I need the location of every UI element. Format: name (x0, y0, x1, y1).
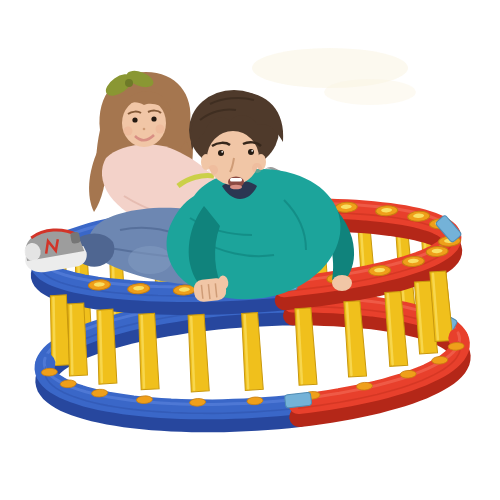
girl-eye (132, 117, 137, 122)
girl-blush (156, 125, 165, 134)
boy-eye-glint (251, 150, 253, 152)
girl-blush (124, 127, 133, 136)
boy-eye (218, 150, 224, 156)
background-smudge (252, 48, 416, 105)
boy-lower-lip (230, 185, 242, 190)
boy-right-hand (332, 275, 352, 291)
boy-blush (208, 165, 218, 175)
scene-canvas (0, 0, 500, 500)
girl-eye (151, 116, 156, 121)
boy-eye-glint (221, 151, 223, 153)
boy-teeth (230, 178, 242, 182)
girl-bow-knot (125, 79, 133, 87)
boy-eye (248, 149, 254, 155)
product-photo (0, 0, 500, 500)
boy-knee-highlight (128, 246, 172, 274)
boy-blush (252, 163, 262, 173)
girl-nose (143, 128, 146, 131)
smudge-shape (324, 79, 416, 105)
children-group (20, 68, 354, 303)
